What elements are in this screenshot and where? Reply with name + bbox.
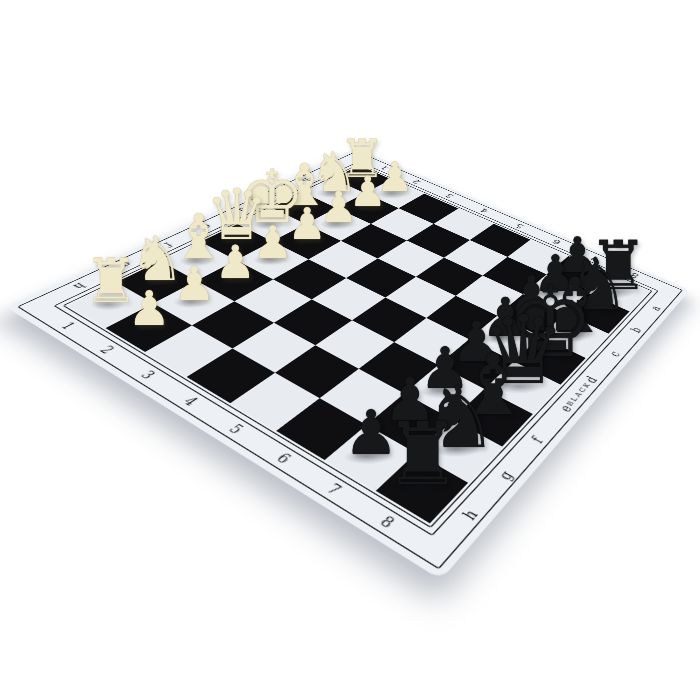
vinyl-chessboard-mat: abcdefghabcdefgh1234567812345678 BLACK	[6, 148, 690, 580]
chess-set-product-photo: abcdefghabcdefgh1234567812345678 BLACK ♜…	[0, 0, 700, 700]
chess-board	[68, 166, 649, 524]
